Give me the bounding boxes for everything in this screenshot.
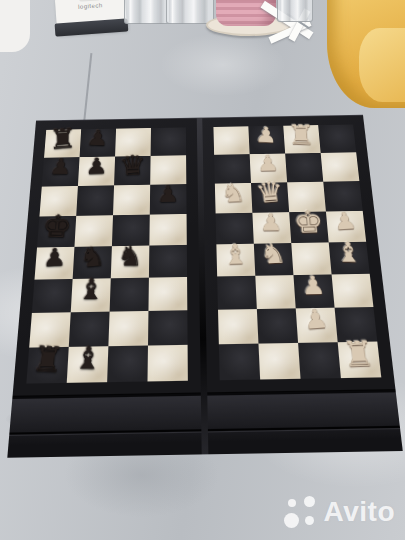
avito-logo-dot xyxy=(305,516,314,525)
glass-jar xyxy=(166,0,214,24)
square-e4: ♝ xyxy=(216,244,255,277)
square-g5: ♚ xyxy=(289,212,329,244)
square-c6 xyxy=(113,185,150,216)
square-d4 xyxy=(149,245,187,278)
square-c2 xyxy=(108,311,148,346)
square-d3 xyxy=(148,277,187,311)
square-h4: ♝ xyxy=(329,242,370,275)
piece-black-pawn-b7: ♟ xyxy=(86,155,109,178)
piece-white-bishop-e4: ♝ xyxy=(222,240,249,268)
square-d6: ♟ xyxy=(150,184,187,214)
box-dark-band xyxy=(55,18,129,36)
square-h7 xyxy=(321,152,360,181)
piece-black-knight-c4: ♞ xyxy=(116,242,144,270)
avito-logo-dot xyxy=(304,496,315,507)
square-b6 xyxy=(76,185,114,216)
square-b1: ♝ xyxy=(67,346,109,383)
square-e2 xyxy=(218,309,258,344)
square-c1 xyxy=(107,346,148,383)
square-a4: ♟ xyxy=(34,247,74,280)
board-left-box-front xyxy=(7,394,201,458)
square-b7: ♟ xyxy=(78,157,115,186)
square-c4: ♞ xyxy=(111,246,150,279)
piece-white-rook-h1: ♜ xyxy=(341,336,376,372)
piece-white-pawn-h5: ♟ xyxy=(332,209,358,234)
square-f2 xyxy=(257,308,298,343)
piece-black-king-a5: ♚ xyxy=(41,211,74,242)
glass-jar xyxy=(124,0,170,24)
board-grid-files-a-d: ♜♟♟♟♛♟♚♟♞♞♝♜♝ xyxy=(26,127,188,383)
square-g1 xyxy=(298,342,341,379)
piece-black-knight-b4: ♞ xyxy=(80,242,107,271)
avito-watermark-text: Avito xyxy=(324,496,395,528)
piece-black-bishop-b1: ♝ xyxy=(73,343,103,374)
square-d5 xyxy=(149,214,186,246)
piece-black-pawn-a4: ♟ xyxy=(43,245,67,271)
logitech-box-label: logitech xyxy=(55,1,125,12)
piece-white-pawn-f5: ♟ xyxy=(260,211,284,235)
piece-white-pawn-f8: ♟ xyxy=(255,124,277,146)
avito-logo-dot xyxy=(284,513,299,528)
board-right-box-front xyxy=(207,390,403,454)
square-h8 xyxy=(318,125,356,153)
avito-logo-dot xyxy=(288,499,296,507)
avito-logo-icon xyxy=(284,496,317,528)
piece-white-knight-e6: ♞ xyxy=(220,180,247,206)
square-f3 xyxy=(255,275,295,309)
piece-black-pawn-d6: ♟ xyxy=(157,182,179,205)
square-g7 xyxy=(285,153,323,182)
piece-white-rook-g8: ♜ xyxy=(287,121,315,148)
yellow-pillow xyxy=(359,28,405,102)
logitech-box: logitech xyxy=(55,0,127,34)
piece-white-knight-f4: ♞ xyxy=(259,239,288,268)
wall-patch xyxy=(0,0,30,52)
square-d1 xyxy=(147,345,187,382)
square-f4: ♞ xyxy=(254,243,294,276)
chess-board-scene: ♜♟♟♟♛♟♚♟♞♞♝♜♝ ♟♜♟♞♛♟♚♟♝♞♝♟♟♜ xyxy=(0,95,405,455)
square-a3 xyxy=(32,279,73,313)
square-e8 xyxy=(213,126,249,154)
square-f1 xyxy=(258,343,300,380)
folding-chess-board: ♜♟♟♟♛♟♚♟♞♞♝♜♝ ♟♜♟♞♛♟♚♟♝♞♝♟♟♜ xyxy=(7,115,402,458)
square-e6: ♞ xyxy=(215,183,253,213)
glass-jar xyxy=(277,0,313,22)
board-left-frame: ♜♟♟♟♛♟♚♟♞♞♝♜♝ xyxy=(12,118,200,397)
piece-white-king-g5: ♚ xyxy=(292,206,325,238)
board-right-frame: ♟♜♟♞♛♟♚♟♝♞♝♟♟♜ xyxy=(202,115,395,394)
square-d8 xyxy=(151,127,187,155)
square-d2 xyxy=(148,310,188,345)
board-right-half: ♟♜♟♞♛♟♚♟♝♞♝♟♟♜ xyxy=(202,115,403,455)
board-left-half: ♜♟♟♟♛♟♚♟♞♞♝♜♝ xyxy=(7,118,201,458)
square-c3 xyxy=(110,278,149,312)
board-grid-files-e-h: ♟♜♟♞♛♟♚♟♝♞♝♟♟♜ xyxy=(213,125,381,381)
square-b3: ♝ xyxy=(71,278,111,312)
product-photo: logitech ♜♟♟♟♛♟♚♟♞♞♝♜♝ ♟♜♟♞♛♟♚♟♝♞♝♟♟♜ xyxy=(0,0,405,540)
square-a7: ♟ xyxy=(42,157,80,186)
piece-black-pawn-b8: ♟ xyxy=(86,127,110,149)
square-h3 xyxy=(332,274,374,308)
piece-white-queen-f6: ♛ xyxy=(254,177,285,207)
piece-white-pawn-f7: ♟ xyxy=(256,152,279,174)
piece-black-rook-a1: ♜ xyxy=(30,341,66,377)
square-h1: ♜ xyxy=(338,342,382,379)
square-e3 xyxy=(217,276,257,310)
piece-black-pawn-a7: ♟ xyxy=(49,156,73,178)
square-g2: ♟ xyxy=(296,308,338,343)
piece-black-bishop-b3: ♝ xyxy=(77,275,105,303)
piece-white-pawn-g3: ♟ xyxy=(301,273,327,299)
piece-black-queen-c7: ♛ xyxy=(119,151,147,180)
avito-watermark: Avito xyxy=(284,496,395,528)
piece-white-bishop-h4: ♝ xyxy=(335,239,363,267)
square-g8: ♜ xyxy=(283,125,320,153)
piece-black-rook-a8: ♜ xyxy=(49,124,77,153)
piece-white-pawn-g2: ♟ xyxy=(302,305,330,333)
square-e1 xyxy=(219,344,260,381)
square-a1: ♜ xyxy=(26,347,68,384)
square-c7: ♛ xyxy=(114,156,151,185)
